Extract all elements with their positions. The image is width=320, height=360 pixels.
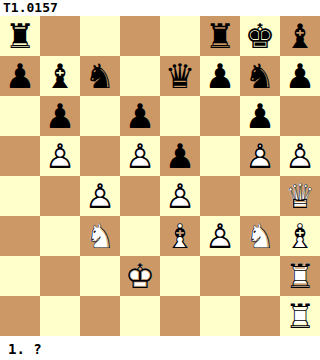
white-pawn: ♟♙ <box>80 176 120 216</box>
square-a8[interactable]: ♜ <box>0 16 40 56</box>
piece-outline-layer: ♙ <box>200 216 240 256</box>
piece-outline-layer: ♖ <box>280 256 320 296</box>
piece-glyph: ♝ <box>40 56 80 96</box>
white-pawn: ♟♙ <box>40 136 80 176</box>
white-pawn: ♟♙ <box>240 136 280 176</box>
piece-glyph: ♟ <box>240 96 280 136</box>
piece-glyph: ♜ <box>0 16 40 56</box>
black-bishop: ♝ <box>280 16 320 56</box>
square-g7[interactable]: ♞ <box>240 56 280 96</box>
piece-outline-layer: ♔ <box>120 256 160 296</box>
white-rook: ♜♖ <box>280 256 320 296</box>
piece-glyph: ♟ <box>40 96 80 136</box>
square-b3[interactable] <box>40 216 80 256</box>
square-c2[interactable] <box>80 256 120 296</box>
black-pawn: ♟ <box>200 56 240 96</box>
piece-outline-layer: ♖ <box>280 296 320 336</box>
piece-glyph: ♛ <box>160 56 200 96</box>
square-h1[interactable]: ♜♖ <box>280 296 320 336</box>
square-e8[interactable] <box>160 16 200 56</box>
piece-outline-layer: ♗ <box>280 216 320 256</box>
square-e2[interactable] <box>160 256 200 296</box>
square-a1[interactable] <box>0 296 40 336</box>
white-bishop: ♝♗ <box>280 216 320 256</box>
square-a5[interactable] <box>0 136 40 176</box>
square-h2[interactable]: ♜♖ <box>280 256 320 296</box>
square-h5[interactable]: ♟♙ <box>280 136 320 176</box>
piece-outline-layer: ♙ <box>240 136 280 176</box>
piece-outline-layer: ♘ <box>240 216 280 256</box>
square-f3[interactable]: ♟♙ <box>200 216 240 256</box>
piece-outline-layer: ♕ <box>280 176 320 216</box>
piece-glyph: ♟ <box>160 136 200 176</box>
black-king: ♚ <box>240 16 280 56</box>
square-g3[interactable]: ♞♘ <box>240 216 280 256</box>
square-d6[interactable]: ♟ <box>120 96 160 136</box>
square-c3[interactable]: ♞♘ <box>80 216 120 256</box>
piece-glyph: ♞ <box>80 56 120 96</box>
square-f2[interactable] <box>200 256 240 296</box>
square-a4[interactable] <box>0 176 40 216</box>
piece-outline-layer: ♙ <box>40 136 80 176</box>
square-b1[interactable] <box>40 296 80 336</box>
white-knight: ♞♘ <box>80 216 120 256</box>
square-a3[interactable] <box>0 216 40 256</box>
square-c4[interactable]: ♟♙ <box>80 176 120 216</box>
white-rook: ♜♖ <box>280 296 320 336</box>
piece-glyph: ♚ <box>240 16 280 56</box>
chess-puzzle-page: T1.0157 ♜♜♚♝♟♝♞♛♟♞♟♟♟♟♟♙♟♙♟♟♙♟♙♟♙♟♙♛♕♞♘♝… <box>0 0 320 360</box>
square-b2[interactable] <box>40 256 80 296</box>
white-queen: ♛♕ <box>280 176 320 216</box>
square-b5[interactable]: ♟♙ <box>40 136 80 176</box>
piece-glyph: ♞ <box>240 56 280 96</box>
piece-glyph: ♟ <box>120 96 160 136</box>
square-e5[interactable]: ♟ <box>160 136 200 176</box>
square-d2[interactable]: ♚♔ <box>120 256 160 296</box>
white-knight: ♞♘ <box>240 216 280 256</box>
square-f1[interactable] <box>200 296 240 336</box>
white-bishop: ♝♗ <box>160 216 200 256</box>
black-pawn: ♟ <box>40 96 80 136</box>
black-rook: ♜ <box>200 16 240 56</box>
piece-outline-layer: ♙ <box>80 176 120 216</box>
square-h4[interactable]: ♛♕ <box>280 176 320 216</box>
square-g1[interactable] <box>240 296 280 336</box>
piece-glyph: ♜ <box>200 16 240 56</box>
piece-glyph: ♟ <box>0 56 40 96</box>
white-pawn: ♟♙ <box>280 136 320 176</box>
black-knight: ♞ <box>80 56 120 96</box>
square-g2[interactable] <box>240 256 280 296</box>
white-pawn: ♟♙ <box>160 176 200 216</box>
square-b8[interactable] <box>40 16 80 56</box>
square-g6[interactable]: ♟ <box>240 96 280 136</box>
square-a6[interactable] <box>0 96 40 136</box>
square-e7[interactable]: ♛ <box>160 56 200 96</box>
square-d8[interactable] <box>120 16 160 56</box>
black-pawn: ♟ <box>160 136 200 176</box>
square-f5[interactable] <box>200 136 240 176</box>
black-pawn: ♟ <box>120 96 160 136</box>
white-pawn: ♟♙ <box>200 216 240 256</box>
black-pawn: ♟ <box>280 56 320 96</box>
square-d1[interactable] <box>120 296 160 336</box>
square-h6[interactable] <box>280 96 320 136</box>
square-h3[interactable]: ♝♗ <box>280 216 320 256</box>
piece-outline-layer: ♘ <box>80 216 120 256</box>
square-e3[interactable]: ♝♗ <box>160 216 200 256</box>
square-f4[interactable] <box>200 176 240 216</box>
black-bishop: ♝ <box>40 56 80 96</box>
square-h7[interactable]: ♟ <box>280 56 320 96</box>
square-e4[interactable]: ♟♙ <box>160 176 200 216</box>
square-g8[interactable]: ♚ <box>240 16 280 56</box>
square-a2[interactable] <box>0 256 40 296</box>
square-e1[interactable] <box>160 296 200 336</box>
puzzle-id: T1.0157 <box>0 0 320 16</box>
black-queen: ♛ <box>160 56 200 96</box>
square-b6[interactable]: ♟ <box>40 96 80 136</box>
square-b7[interactable]: ♝ <box>40 56 80 96</box>
piece-glyph: ♟ <box>200 56 240 96</box>
piece-outline-layer: ♙ <box>280 136 320 176</box>
square-f6[interactable] <box>200 96 240 136</box>
square-a7[interactable]: ♟ <box>0 56 40 96</box>
square-f7[interactable]: ♟ <box>200 56 240 96</box>
square-g5[interactable]: ♟♙ <box>240 136 280 176</box>
square-h8[interactable]: ♝ <box>280 16 320 56</box>
square-d4[interactable] <box>120 176 160 216</box>
piece-glyph: ♟ <box>280 56 320 96</box>
square-f8[interactable]: ♜ <box>200 16 240 56</box>
square-c5[interactable] <box>80 136 120 176</box>
square-d7[interactable] <box>120 56 160 96</box>
square-g4[interactable] <box>240 176 280 216</box>
piece-outline-layer: ♗ <box>160 216 200 256</box>
square-b4[interactable] <box>40 176 80 216</box>
square-d5[interactable]: ♟♙ <box>120 136 160 176</box>
square-c7[interactable]: ♞ <box>80 56 120 96</box>
chess-board: ♜♜♚♝♟♝♞♛♟♞♟♟♟♟♟♙♟♙♟♟♙♟♙♟♙♟♙♛♕♞♘♝♗♟♙♞♘♝♗♚… <box>0 16 320 336</box>
move-prompt: 1. ? <box>0 336 320 360</box>
white-pawn: ♟♙ <box>120 136 160 176</box>
piece-outline-layer: ♙ <box>160 176 200 216</box>
black-pawn: ♟ <box>240 96 280 136</box>
black-knight: ♞ <box>240 56 280 96</box>
piece-glyph: ♝ <box>280 16 320 56</box>
square-e6[interactable] <box>160 96 200 136</box>
piece-outline-layer: ♙ <box>120 136 160 176</box>
black-rook: ♜ <box>0 16 40 56</box>
white-king: ♚♔ <box>120 256 160 296</box>
square-c6[interactable] <box>80 96 120 136</box>
black-pawn: ♟ <box>0 56 40 96</box>
square-c8[interactable] <box>80 16 120 56</box>
square-d3[interactable] <box>120 216 160 256</box>
square-c1[interactable] <box>80 296 120 336</box>
